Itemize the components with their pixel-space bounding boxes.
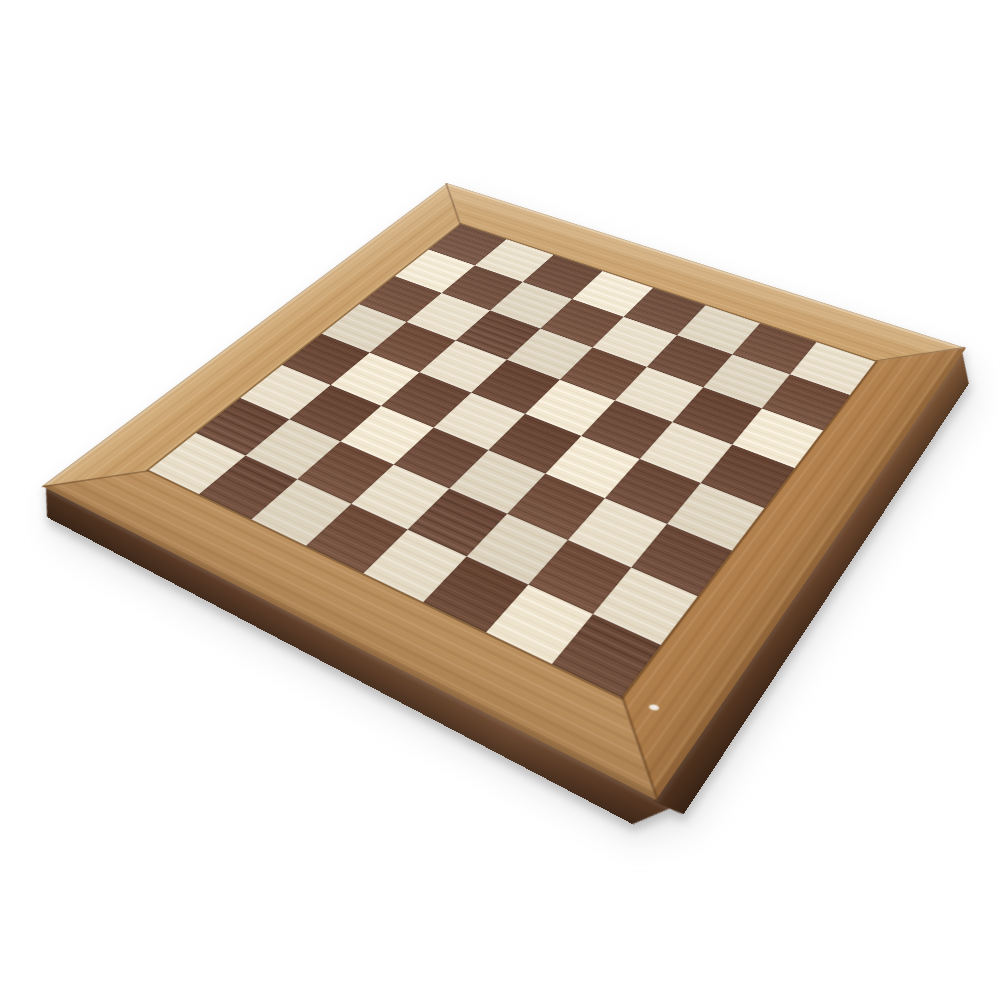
board-shadow bbox=[0, 0, 1000, 1000]
chess-board bbox=[42, 183, 966, 800]
product-photo-stage bbox=[0, 0, 1000, 1000]
